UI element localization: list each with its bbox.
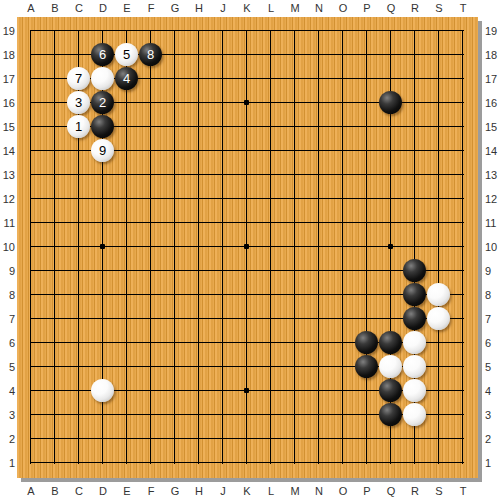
board-cell[interactable] <box>355 283 379 307</box>
board-cell[interactable] <box>331 115 355 139</box>
board-cell[interactable] <box>235 451 259 475</box>
board-cell[interactable] <box>163 139 187 163</box>
board-cell[interactable] <box>283 355 307 379</box>
board-cell[interactable] <box>403 283 427 307</box>
board-cell[interactable] <box>67 355 91 379</box>
board-cell[interactable] <box>427 307 451 331</box>
board-cell[interactable] <box>379 43 403 67</box>
board-cell[interactable] <box>163 259 187 283</box>
board-cell[interactable] <box>163 235 187 259</box>
board-cell[interactable] <box>67 379 91 403</box>
board-cell[interactable] <box>211 307 235 331</box>
board-cell[interactable] <box>187 91 211 115</box>
board-cell[interactable] <box>187 163 211 187</box>
board-cell[interactable] <box>115 115 139 139</box>
board-cell[interactable] <box>427 451 451 475</box>
board-cell[interactable] <box>19 211 43 235</box>
board-cell[interactable] <box>355 259 379 283</box>
board-cell[interactable] <box>43 115 67 139</box>
board-cell[interactable] <box>283 379 307 403</box>
board-cell[interactable] <box>331 187 355 211</box>
board-cell[interactable] <box>307 379 331 403</box>
board-cell[interactable] <box>67 187 91 211</box>
board-cell[interactable] <box>139 115 163 139</box>
board-cell[interactable] <box>355 211 379 235</box>
board-cell[interactable] <box>139 379 163 403</box>
board-cell[interactable] <box>331 211 355 235</box>
board-cell[interactable] <box>331 403 355 427</box>
board-cell[interactable] <box>403 67 427 91</box>
board-cell[interactable] <box>355 67 379 91</box>
board-cell[interactable] <box>115 139 139 163</box>
board-cell[interactable] <box>187 235 211 259</box>
board-cell[interactable] <box>91 451 115 475</box>
board-cell[interactable] <box>427 139 451 163</box>
board-cell[interactable] <box>259 91 283 115</box>
board-cell[interactable] <box>67 403 91 427</box>
board-cell[interactable] <box>403 139 427 163</box>
board-cell[interactable] <box>307 259 331 283</box>
board-cell[interactable] <box>355 427 379 451</box>
board-cell[interactable] <box>235 115 259 139</box>
board-cell[interactable] <box>67 139 91 163</box>
board-cell[interactable] <box>331 451 355 475</box>
board-cell[interactable] <box>307 307 331 331</box>
board-cell[interactable] <box>379 187 403 211</box>
board-cell[interactable] <box>235 403 259 427</box>
board-cell[interactable]: 8 <box>139 43 163 67</box>
board-cell[interactable] <box>211 451 235 475</box>
board-cell[interactable] <box>211 139 235 163</box>
board-cell[interactable] <box>211 19 235 43</box>
board-cell[interactable] <box>451 307 475 331</box>
board-cell[interactable] <box>307 427 331 451</box>
board-cell[interactable] <box>355 355 379 379</box>
board-cell[interactable] <box>187 307 211 331</box>
board-cell[interactable] <box>43 283 67 307</box>
board-cell[interactable] <box>235 235 259 259</box>
board-cell[interactable] <box>451 67 475 91</box>
board-cell[interactable] <box>163 91 187 115</box>
board-cell[interactable] <box>259 187 283 211</box>
board-cell[interactable] <box>331 43 355 67</box>
board-cell[interactable] <box>259 283 283 307</box>
board-cell[interactable] <box>43 403 67 427</box>
board-cell[interactable] <box>115 235 139 259</box>
board-cell[interactable] <box>139 163 163 187</box>
board-cell[interactable] <box>259 355 283 379</box>
board-cell[interactable] <box>379 283 403 307</box>
board-cell[interactable] <box>19 187 43 211</box>
board-cell[interactable] <box>19 283 43 307</box>
board-cell[interactable] <box>307 163 331 187</box>
board-cell[interactable] <box>259 259 283 283</box>
board-cell[interactable] <box>91 355 115 379</box>
board-cell[interactable] <box>187 331 211 355</box>
board-cell[interactable] <box>43 67 67 91</box>
board-cell[interactable] <box>307 403 331 427</box>
board-cell[interactable] <box>19 139 43 163</box>
board-cell[interactable] <box>427 67 451 91</box>
board-cell[interactable]: 5 <box>115 43 139 67</box>
board-cell[interactable] <box>43 235 67 259</box>
board-cell[interactable] <box>43 43 67 67</box>
board-cell[interactable] <box>451 43 475 67</box>
board-cell[interactable] <box>259 211 283 235</box>
board-cell[interactable] <box>211 67 235 91</box>
board-cell[interactable] <box>259 307 283 331</box>
board-cell[interactable] <box>187 451 211 475</box>
board-cell[interactable] <box>403 163 427 187</box>
board-cell[interactable] <box>211 115 235 139</box>
board-cell[interactable] <box>115 283 139 307</box>
board-cell[interactable] <box>307 19 331 43</box>
board-cell[interactable] <box>43 187 67 211</box>
board-cell[interactable] <box>403 19 427 43</box>
board-cell[interactable] <box>19 355 43 379</box>
board-cell[interactable] <box>307 91 331 115</box>
board-cell[interactable] <box>403 187 427 211</box>
board-cell[interactable] <box>403 355 427 379</box>
board-cell[interactable] <box>19 307 43 331</box>
board-cell[interactable] <box>451 139 475 163</box>
board-cell[interactable] <box>139 91 163 115</box>
board-cell[interactable] <box>283 163 307 187</box>
board-cell[interactable] <box>19 43 43 67</box>
board-cell[interactable] <box>163 67 187 91</box>
board-cell[interactable] <box>67 307 91 331</box>
board-cell[interactable] <box>43 139 67 163</box>
board-cell[interactable] <box>331 139 355 163</box>
board-cell[interactable] <box>91 283 115 307</box>
board-cell[interactable] <box>355 331 379 355</box>
board-cell[interactable] <box>211 211 235 235</box>
board-cell[interactable] <box>307 355 331 379</box>
board-cell[interactable] <box>163 187 187 211</box>
board-cell[interactable] <box>379 91 403 115</box>
board-cell[interactable] <box>331 163 355 187</box>
board-cell[interactable] <box>355 139 379 163</box>
board-cell[interactable] <box>283 67 307 91</box>
board-cell[interactable] <box>67 259 91 283</box>
board-cell[interactable] <box>163 427 187 451</box>
board-cell[interactable] <box>355 307 379 331</box>
board-cell[interactable] <box>67 331 91 355</box>
board-cell[interactable] <box>91 115 115 139</box>
board-cell[interactable] <box>19 427 43 451</box>
board-cell[interactable] <box>403 307 427 331</box>
board-cell[interactable] <box>91 331 115 355</box>
board-cell[interactable] <box>283 451 307 475</box>
board-cell[interactable] <box>115 355 139 379</box>
board-cell[interactable]: 7 <box>67 67 91 91</box>
board-cell[interactable] <box>355 235 379 259</box>
board-cell[interactable] <box>91 379 115 403</box>
board-cell[interactable] <box>451 115 475 139</box>
board-cell[interactable] <box>211 379 235 403</box>
board-cell[interactable] <box>379 403 403 427</box>
board-cell[interactable] <box>19 115 43 139</box>
board-cell[interactable] <box>427 427 451 451</box>
board-cell[interactable] <box>211 403 235 427</box>
board-cell[interactable] <box>427 283 451 307</box>
board-cell[interactable] <box>187 67 211 91</box>
board-cell[interactable] <box>187 115 211 139</box>
board-cell[interactable] <box>403 451 427 475</box>
board-cell[interactable] <box>331 91 355 115</box>
board-cell[interactable] <box>451 211 475 235</box>
board-cell[interactable] <box>115 451 139 475</box>
board-cell[interactable] <box>67 451 91 475</box>
board-cell[interactable] <box>355 19 379 43</box>
board-cell[interactable] <box>235 355 259 379</box>
board-cell[interactable] <box>115 403 139 427</box>
board-cell[interactable] <box>403 211 427 235</box>
board-cell[interactable] <box>451 355 475 379</box>
board-cell[interactable] <box>451 427 475 451</box>
board-cell[interactable] <box>163 19 187 43</box>
board-cell[interactable] <box>403 403 427 427</box>
board-cell[interactable] <box>331 19 355 43</box>
board-cell[interactable] <box>187 403 211 427</box>
board-cell[interactable] <box>43 211 67 235</box>
board-cell[interactable] <box>235 283 259 307</box>
board-cell[interactable] <box>331 259 355 283</box>
board-cell[interactable] <box>163 355 187 379</box>
board-cell[interactable] <box>451 163 475 187</box>
board-cell[interactable] <box>43 91 67 115</box>
board-cell[interactable] <box>91 427 115 451</box>
board-cell[interactable] <box>379 331 403 355</box>
board-cell[interactable] <box>379 211 403 235</box>
board-cell[interactable] <box>403 91 427 115</box>
board-cell[interactable]: 4 <box>115 67 139 91</box>
board-cell[interactable] <box>91 403 115 427</box>
board-cell[interactable] <box>427 115 451 139</box>
board-cell[interactable] <box>307 211 331 235</box>
board-cell[interactable] <box>331 67 355 91</box>
board-cell[interactable] <box>259 115 283 139</box>
board-cell[interactable] <box>451 331 475 355</box>
board-cell[interactable] <box>451 187 475 211</box>
board-cell[interactable] <box>427 187 451 211</box>
board-cell[interactable] <box>235 19 259 43</box>
board-cell[interactable] <box>259 451 283 475</box>
board-cell[interactable] <box>427 163 451 187</box>
board-cell[interactable] <box>91 187 115 211</box>
board-cell[interactable] <box>139 211 163 235</box>
board-cell[interactable] <box>235 307 259 331</box>
board-cell[interactable] <box>67 163 91 187</box>
board-cell[interactable] <box>235 331 259 355</box>
board-cell[interactable] <box>139 403 163 427</box>
board-cell[interactable] <box>427 403 451 427</box>
board-cell[interactable] <box>331 235 355 259</box>
board-cell[interactable] <box>235 211 259 235</box>
board-cell[interactable]: 1 <box>67 115 91 139</box>
board-cell[interactable] <box>427 43 451 67</box>
board-cell[interactable] <box>259 427 283 451</box>
board-cell[interactable] <box>187 187 211 211</box>
board-cell[interactable] <box>43 307 67 331</box>
board-cell[interactable] <box>355 403 379 427</box>
board-cell[interactable] <box>235 43 259 67</box>
board-cell[interactable] <box>163 331 187 355</box>
board-cell[interactable] <box>139 187 163 211</box>
board-cell[interactable] <box>307 235 331 259</box>
board-cell[interactable] <box>355 115 379 139</box>
board-cell[interactable] <box>235 379 259 403</box>
board-cell[interactable] <box>139 67 163 91</box>
board-cell[interactable] <box>91 67 115 91</box>
board-cell[interactable] <box>211 91 235 115</box>
board-cell[interactable] <box>379 259 403 283</box>
board-cell[interactable] <box>427 259 451 283</box>
board-cell[interactable] <box>163 451 187 475</box>
board-cell[interactable] <box>283 259 307 283</box>
board-cell[interactable] <box>403 235 427 259</box>
board-cell[interactable] <box>115 331 139 355</box>
board-cell[interactable] <box>379 355 403 379</box>
board-cell[interactable] <box>427 355 451 379</box>
board-cell[interactable] <box>139 235 163 259</box>
board-cell[interactable] <box>259 379 283 403</box>
board-cell[interactable] <box>43 379 67 403</box>
board-cell[interactable] <box>43 259 67 283</box>
board-cell[interactable] <box>403 427 427 451</box>
board-cell[interactable] <box>211 331 235 355</box>
board-cell[interactable] <box>211 163 235 187</box>
board-cell[interactable] <box>163 43 187 67</box>
board-cell[interactable] <box>379 67 403 91</box>
board-cell[interactable] <box>139 451 163 475</box>
board-cell[interactable] <box>139 427 163 451</box>
board-cell[interactable] <box>43 19 67 43</box>
board-cell[interactable] <box>403 259 427 283</box>
board-cell[interactable] <box>427 235 451 259</box>
board-cell[interactable] <box>307 451 331 475</box>
board-cell[interactable] <box>331 283 355 307</box>
board-cell[interactable] <box>451 283 475 307</box>
board-cell[interactable] <box>19 235 43 259</box>
board-cell[interactable] <box>19 259 43 283</box>
board-cell[interactable] <box>211 235 235 259</box>
board-cell[interactable] <box>307 283 331 307</box>
board-cell[interactable] <box>115 163 139 187</box>
board-cell[interactable] <box>115 427 139 451</box>
board-cell[interactable] <box>163 307 187 331</box>
board-cell[interactable] <box>403 379 427 403</box>
board-cell[interactable] <box>187 379 211 403</box>
board-cell[interactable]: 3 <box>67 91 91 115</box>
board-cell[interactable] <box>139 139 163 163</box>
board-cell[interactable] <box>163 163 187 187</box>
board-cell[interactable] <box>379 163 403 187</box>
board-cell[interactable] <box>163 211 187 235</box>
board-cell[interactable] <box>259 67 283 91</box>
board-cell[interactable] <box>211 283 235 307</box>
board-cell[interactable] <box>283 139 307 163</box>
board-cell[interactable] <box>283 307 307 331</box>
board-cell[interactable] <box>331 307 355 331</box>
board-cell[interactable] <box>139 19 163 43</box>
board-cell[interactable] <box>43 355 67 379</box>
board-cell[interactable] <box>187 19 211 43</box>
board-cell[interactable] <box>43 331 67 355</box>
board-cell[interactable] <box>259 235 283 259</box>
board-cell[interactable] <box>187 427 211 451</box>
board-cell[interactable] <box>235 259 259 283</box>
board-cell[interactable] <box>283 91 307 115</box>
board-cell[interactable] <box>139 283 163 307</box>
board-cell[interactable] <box>187 139 211 163</box>
board-cell[interactable] <box>235 139 259 163</box>
board-cell[interactable] <box>427 19 451 43</box>
board-cell[interactable] <box>163 403 187 427</box>
board-cell[interactable] <box>211 355 235 379</box>
board-cell[interactable] <box>115 187 139 211</box>
board-cell[interactable] <box>115 19 139 43</box>
board-cell[interactable] <box>283 115 307 139</box>
board-cell[interactable] <box>283 235 307 259</box>
board-cell[interactable] <box>259 139 283 163</box>
board-cell[interactable] <box>379 19 403 43</box>
board-cell[interactable] <box>379 307 403 331</box>
board-cell[interactable]: 2 <box>91 91 115 115</box>
board-cell[interactable] <box>355 187 379 211</box>
board-cell[interactable] <box>67 427 91 451</box>
board-cell[interactable] <box>91 259 115 283</box>
board-cell[interactable] <box>91 163 115 187</box>
board-cell[interactable] <box>283 403 307 427</box>
board-cell[interactable] <box>355 451 379 475</box>
board-cell[interactable] <box>355 163 379 187</box>
board-cell[interactable] <box>139 259 163 283</box>
board-cell[interactable] <box>379 235 403 259</box>
board-cell[interactable] <box>67 43 91 67</box>
board-cell[interactable] <box>355 43 379 67</box>
board-cell[interactable] <box>283 43 307 67</box>
board-cell[interactable] <box>67 235 91 259</box>
board-cell[interactable] <box>187 259 211 283</box>
board-cell[interactable] <box>187 283 211 307</box>
board-cell[interactable] <box>43 163 67 187</box>
board-cell[interactable] <box>379 451 403 475</box>
board-cell[interactable] <box>115 379 139 403</box>
board-cell[interactable]: 6 <box>91 43 115 67</box>
board-cell[interactable] <box>331 355 355 379</box>
board-cell[interactable] <box>211 43 235 67</box>
board-cell[interactable] <box>427 379 451 403</box>
board-cell[interactable] <box>379 427 403 451</box>
board-cell[interactable] <box>451 403 475 427</box>
board-cell[interactable] <box>451 259 475 283</box>
board-cell[interactable] <box>451 235 475 259</box>
board-cell[interactable] <box>115 91 139 115</box>
board-cell[interactable] <box>115 211 139 235</box>
board-cell[interactable]: 9 <box>91 139 115 163</box>
board-cell[interactable] <box>403 43 427 67</box>
board-cell[interactable] <box>139 307 163 331</box>
board-cell[interactable] <box>19 403 43 427</box>
board-cell[interactable] <box>307 331 331 355</box>
board-cell[interactable] <box>355 379 379 403</box>
board-cell[interactable] <box>283 427 307 451</box>
board-cell[interactable] <box>307 67 331 91</box>
board-cell[interactable] <box>19 67 43 91</box>
board-cell[interactable] <box>283 331 307 355</box>
board-cell[interactable] <box>19 451 43 475</box>
